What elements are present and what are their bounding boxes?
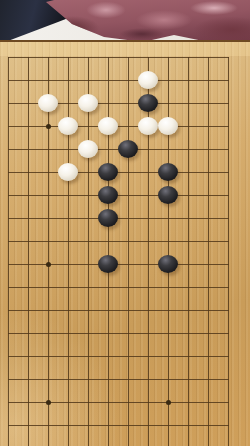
white-stone[interactable]: [158, 117, 178, 135]
grid-line: [8, 264, 229, 265]
white-stone[interactable]: [38, 94, 58, 112]
black-stone[interactable]: [98, 255, 118, 273]
black-stone[interactable]: [98, 209, 118, 227]
grid-line: [8, 218, 229, 219]
grid-line: [8, 425, 229, 426]
grid-line: [8, 379, 229, 380]
grid-line: [8, 195, 229, 196]
white-stone[interactable]: [78, 94, 98, 112]
grid-line: [128, 57, 129, 446]
grid-line: [8, 126, 229, 127]
black-stone[interactable]: [158, 186, 178, 204]
grid-line: [8, 241, 229, 242]
grid-line: [88, 57, 89, 446]
black-stone[interactable]: [98, 186, 118, 204]
grid-line: [188, 57, 189, 446]
grid-line: [8, 172, 229, 173]
grid-line: [48, 57, 49, 446]
star-point: [166, 400, 171, 405]
white-stone[interactable]: [58, 117, 78, 135]
black-stone[interactable]: [158, 163, 178, 181]
board-grid: [0, 42, 250, 446]
white-stone[interactable]: [138, 117, 158, 135]
white-stone[interactable]: [58, 163, 78, 181]
grid-line: [168, 57, 169, 446]
grid-line: [208, 57, 209, 446]
grid-line: [8, 57, 9, 446]
white-stone[interactable]: [138, 71, 158, 89]
grid-line: [8, 333, 229, 334]
grid-line: [8, 356, 229, 357]
black-stone[interactable]: [118, 140, 138, 158]
star-point: [46, 262, 51, 267]
grid-line: [8, 57, 229, 58]
black-stone[interactable]: [98, 163, 118, 181]
black-stone[interactable]: [138, 94, 158, 112]
grid-line: [108, 57, 109, 446]
grid-line: [8, 80, 229, 81]
grid-line: [8, 310, 229, 311]
star-point: [46, 124, 51, 129]
grid-line: [148, 57, 149, 446]
black-stone[interactable]: [158, 255, 178, 273]
grid-line: [8, 287, 229, 288]
go-board-photo-scene: [0, 0, 250, 446]
grid-line: [228, 57, 229, 446]
go-board: [0, 40, 250, 446]
grid-line: [68, 57, 69, 446]
star-point: [46, 400, 51, 405]
white-stone[interactable]: [78, 140, 98, 158]
grid-line: [28, 57, 29, 446]
grid-line: [8, 402, 229, 403]
white-stone[interactable]: [98, 117, 118, 135]
